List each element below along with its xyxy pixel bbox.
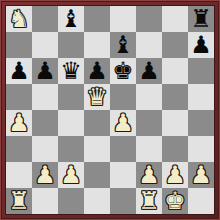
white-pawn[interactable]: ♟ bbox=[58, 162, 84, 188]
square-c1[interactable] bbox=[58, 188, 84, 214]
square-c2[interactable]: ♟ bbox=[58, 162, 84, 188]
square-g8[interactable] bbox=[162, 6, 188, 32]
square-f7[interactable] bbox=[136, 32, 162, 58]
white-pawn[interactable]: ♟ bbox=[162, 162, 188, 188]
square-d2[interactable] bbox=[84, 162, 110, 188]
square-a1[interactable]: ♜ bbox=[6, 188, 32, 214]
black-pawn[interactable]: ♟ bbox=[84, 58, 110, 84]
square-h4[interactable] bbox=[188, 110, 214, 136]
square-c8[interactable]: ♝ bbox=[58, 6, 84, 32]
square-c3[interactable] bbox=[58, 136, 84, 162]
square-b3[interactable] bbox=[32, 136, 58, 162]
square-e6[interactable]: ♚ bbox=[110, 58, 136, 84]
square-c7[interactable] bbox=[58, 32, 84, 58]
white-pawn[interactable]: ♟ bbox=[188, 162, 214, 188]
white-pawn[interactable]: ♟ bbox=[136, 162, 162, 188]
square-h5[interactable] bbox=[188, 84, 214, 110]
square-h3[interactable] bbox=[188, 136, 214, 162]
square-g5[interactable] bbox=[162, 84, 188, 110]
square-b1[interactable] bbox=[32, 188, 58, 214]
square-b8[interactable] bbox=[32, 6, 58, 32]
white-knight[interactable]: ♞ bbox=[6, 6, 32, 32]
square-a2[interactable] bbox=[6, 162, 32, 188]
square-d8[interactable] bbox=[84, 6, 110, 32]
square-d4[interactable] bbox=[84, 110, 110, 136]
square-f4[interactable] bbox=[136, 110, 162, 136]
square-h7[interactable]: ♟ bbox=[188, 32, 214, 58]
square-c5[interactable] bbox=[58, 84, 84, 110]
square-f6[interactable]: ♟ bbox=[136, 58, 162, 84]
white-queen[interactable]: ♛ bbox=[84, 84, 110, 110]
white-pawn[interactable]: ♟ bbox=[32, 162, 58, 188]
square-e7[interactable]: ♝ bbox=[110, 32, 136, 58]
white-pawn[interactable]: ♟ bbox=[110, 110, 136, 136]
black-rook[interactable]: ♜ bbox=[188, 6, 214, 32]
square-h1[interactable] bbox=[188, 188, 214, 214]
square-h8[interactable]: ♜ bbox=[188, 6, 214, 32]
square-e3[interactable] bbox=[110, 136, 136, 162]
square-b7[interactable] bbox=[32, 32, 58, 58]
black-pawn[interactable]: ♟ bbox=[136, 58, 162, 84]
square-g6[interactable] bbox=[162, 58, 188, 84]
black-bishop[interactable]: ♝ bbox=[110, 32, 136, 58]
square-e8[interactable] bbox=[110, 6, 136, 32]
square-a5[interactable] bbox=[6, 84, 32, 110]
square-f8[interactable] bbox=[136, 6, 162, 32]
square-e5[interactable] bbox=[110, 84, 136, 110]
square-d5[interactable]: ♛ bbox=[84, 84, 110, 110]
square-b4[interactable] bbox=[32, 110, 58, 136]
black-pawn[interactable]: ♟ bbox=[6, 58, 32, 84]
square-g7[interactable] bbox=[162, 32, 188, 58]
square-g4[interactable] bbox=[162, 110, 188, 136]
white-rook[interactable]: ♜ bbox=[6, 188, 32, 214]
square-e4[interactable]: ♟ bbox=[110, 110, 136, 136]
square-b6[interactable]: ♟ bbox=[32, 58, 58, 84]
square-h6[interactable] bbox=[188, 58, 214, 84]
square-d7[interactable] bbox=[84, 32, 110, 58]
black-pawn[interactable]: ♟ bbox=[188, 32, 214, 58]
square-e1[interactable] bbox=[110, 188, 136, 214]
square-c4[interactable] bbox=[58, 110, 84, 136]
square-a7[interactable] bbox=[6, 32, 32, 58]
square-g2[interactable]: ♟ bbox=[162, 162, 188, 188]
black-bishop[interactable]: ♝ bbox=[58, 6, 84, 32]
white-king[interactable]: ♚ bbox=[162, 188, 188, 214]
square-g1[interactable]: ♚ bbox=[162, 188, 188, 214]
white-pawn[interactable]: ♟ bbox=[6, 110, 32, 136]
square-b5[interactable] bbox=[32, 84, 58, 110]
square-d1[interactable] bbox=[84, 188, 110, 214]
square-h2[interactable]: ♟ bbox=[188, 162, 214, 188]
chess-board: ♞♝♜♝♟♟♟♛♟♚♟♛♟♟♟♟♟♟♟♜♜♚ bbox=[6, 6, 214, 214]
square-a3[interactable] bbox=[6, 136, 32, 162]
square-a4[interactable]: ♟ bbox=[6, 110, 32, 136]
black-king[interactable]: ♚ bbox=[110, 58, 136, 84]
black-queen[interactable]: ♛ bbox=[58, 58, 84, 84]
square-c6[interactable]: ♛ bbox=[58, 58, 84, 84]
square-f2[interactable]: ♟ bbox=[136, 162, 162, 188]
square-f5[interactable] bbox=[136, 84, 162, 110]
square-d3[interactable] bbox=[84, 136, 110, 162]
square-d6[interactable]: ♟ bbox=[84, 58, 110, 84]
black-pawn[interactable]: ♟ bbox=[32, 58, 58, 84]
square-f3[interactable] bbox=[136, 136, 162, 162]
square-a6[interactable]: ♟ bbox=[6, 58, 32, 84]
square-f1[interactable]: ♜ bbox=[136, 188, 162, 214]
square-b2[interactable]: ♟ bbox=[32, 162, 58, 188]
square-g3[interactable] bbox=[162, 136, 188, 162]
square-e2[interactable] bbox=[110, 162, 136, 188]
board-frame: ♞♝♜♝♟♟♟♛♟♚♟♛♟♟♟♟♟♟♟♜♜♚ bbox=[0, 0, 220, 220]
white-rook[interactable]: ♜ bbox=[136, 188, 162, 214]
square-a8[interactable]: ♞ bbox=[6, 6, 32, 32]
